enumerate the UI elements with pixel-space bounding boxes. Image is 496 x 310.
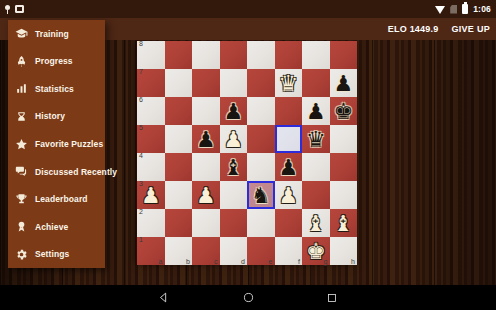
square-c6[interactable] <box>192 97 220 125</box>
rank-label-7: 7 <box>139 68 143 75</box>
square-g1[interactable]: g♚ <box>302 237 330 265</box>
rank-label-5: 5 <box>139 124 143 131</box>
square-f7[interactable]: ♛ <box>275 69 303 97</box>
medal-icon <box>15 220 28 233</box>
square-f4[interactable]: ♟ <box>275 153 303 181</box>
black-pawn-f4: ♟ <box>275 153 303 181</box>
square-e8[interactable] <box>247 41 275 69</box>
square-f5[interactable] <box>275 125 303 153</box>
white-pawn-d5: ♟ <box>220 125 248 153</box>
menu-item-settings[interactable]: Settings <box>8 241 105 269</box>
square-e4[interactable] <box>247 153 275 181</box>
menu-item-label: Achieve <box>35 222 68 232</box>
file-label-d: d <box>241 258 245 265</box>
square-e7[interactable] <box>247 69 275 97</box>
rank-label-2: 2 <box>139 208 143 215</box>
square-f2[interactable] <box>275 209 303 237</box>
rank-label-1: 1 <box>139 236 143 243</box>
black-queen-g5: ♛ <box>302 125 330 153</box>
square-g6[interactable]: ♟ <box>302 97 330 125</box>
bar-chart-icon <box>15 82 28 95</box>
screenshot-icon <box>15 5 24 13</box>
recents-button[interactable] <box>312 285 352 310</box>
menu-item-label: Settings <box>35 249 69 259</box>
black-pawn-c5: ♟ <box>192 125 220 153</box>
square-h2[interactable]: ♝ <box>330 209 358 237</box>
square-h1[interactable]: h <box>330 237 358 265</box>
rank-label-8: 8 <box>139 40 143 47</box>
white-pawn-f3: ♟ <box>275 181 303 209</box>
menu-item-progress[interactable]: Progress <box>8 48 105 76</box>
file-label-h: h <box>351 258 355 265</box>
rank-label-4: 4 <box>139 152 143 159</box>
gear-icon <box>15 248 28 261</box>
menu-item-label: Leaderboard <box>35 194 88 204</box>
square-b2[interactable] <box>165 209 193 237</box>
give-up-button[interactable]: GIVE UP <box>451 24 490 34</box>
file-label-f: f <box>298 258 300 265</box>
white-bishop-h2: ♝ <box>330 209 358 237</box>
square-d3[interactable] <box>220 181 248 209</box>
square-a6[interactable]: 6 <box>137 97 165 125</box>
square-b3[interactable] <box>165 181 193 209</box>
rank-label-6: 6 <box>139 96 143 103</box>
file-label-a: a <box>159 258 163 265</box>
menu-item-label: Statistics <box>35 84 74 94</box>
square-g5[interactable]: ♛ <box>302 125 330 153</box>
square-d5[interactable]: ♟ <box>220 125 248 153</box>
square-a7[interactable]: 7 <box>137 69 165 97</box>
square-a4[interactable]: 4 <box>137 153 165 181</box>
square-b7[interactable] <box>165 69 193 97</box>
black-king-h6: ♚ <box>330 97 358 125</box>
battery-icon <box>462 4 468 14</box>
star-icon <box>15 138 28 151</box>
chess-board: 87♛♟6♟♟♚5♟♟♛4♝♟3♟♟♞♟2♝♝1abcdefg♚h <box>136 40 356 264</box>
file-label-c: c <box>214 258 218 265</box>
square-d7[interactable] <box>220 69 248 97</box>
square-e5[interactable] <box>247 125 275 153</box>
square-f6[interactable] <box>275 97 303 125</box>
square-d6[interactable]: ♟ <box>220 97 248 125</box>
black-pawn-d6: ♟ <box>220 97 248 125</box>
square-h4[interactable] <box>330 153 358 181</box>
square-a5[interactable]: 5 <box>137 125 165 153</box>
menu-item-training[interactable]: Training <box>8 20 105 48</box>
square-b1[interactable]: b <box>165 237 193 265</box>
square-h7[interactable]: ♟ <box>330 69 358 97</box>
white-bishop-g2: ♝ <box>302 209 330 237</box>
square-c2[interactable] <box>192 209 220 237</box>
menu-item-label: Training <box>35 29 69 39</box>
square-b8[interactable] <box>165 41 193 69</box>
white-queen-f7: ♛ <box>275 69 303 97</box>
square-c5[interactable]: ♟ <box>192 125 220 153</box>
back-button[interactable] <box>143 285 183 310</box>
square-f3[interactable]: ♟ <box>275 181 303 209</box>
app-screen: 1:06 ELO 1449.9 GIVE UP 87♛♟6♟♟♚5♟♟♛4♝♟3… <box>0 0 496 310</box>
menu-item-label: Favorite Puzzles <box>35 139 103 149</box>
white-pawn-c3: ♟ <box>192 181 220 209</box>
trophy-icon <box>15 193 28 206</box>
black-knight-e3: ♞ <box>247 181 275 209</box>
square-b5[interactable] <box>165 125 193 153</box>
square-e6[interactable] <box>247 97 275 125</box>
elo-rating: ELO 1449.9 <box>388 24 439 34</box>
file-label-b: b <box>186 258 190 265</box>
square-c4[interactable] <box>192 153 220 181</box>
black-pawn-h7: ♟ <box>330 69 358 97</box>
menu-item-leaderboard[interactable]: Leaderboard <box>8 185 105 213</box>
chat-bubbles-icon <box>15 165 28 178</box>
square-g4[interactable] <box>302 153 330 181</box>
white-pawn-a3: ♟ <box>137 181 165 209</box>
menu-item-label: Progress <box>35 56 73 66</box>
square-a1[interactable]: 1a <box>137 237 165 265</box>
square-e1[interactable]: e <box>247 237 275 265</box>
square-g8[interactable] <box>302 41 330 69</box>
square-g2[interactable]: ♝ <box>302 209 330 237</box>
wifi-icon <box>435 6 445 14</box>
file-label-e: e <box>269 258 273 265</box>
square-c1[interactable]: c <box>192 237 220 265</box>
menu-item-label: History <box>35 111 65 121</box>
square-a8[interactable]: 8 <box>137 41 165 69</box>
square-d4[interactable]: ♝ <box>220 153 248 181</box>
menu-item-statistics[interactable]: Statistics <box>8 75 105 103</box>
square-b6[interactable] <box>165 97 193 125</box>
square-d1[interactable]: d <box>220 237 248 265</box>
square-b4[interactable] <box>165 153 193 181</box>
square-a2[interactable]: 2 <box>137 209 165 237</box>
menu-item-history[interactable]: History <box>8 103 105 131</box>
black-bishop-d4: ♝ <box>220 153 248 181</box>
square-h8[interactable] <box>330 41 358 69</box>
square-c3[interactable]: ♟ <box>192 181 220 209</box>
menu-item-label: Discussed Recently <box>35 167 117 177</box>
square-a3[interactable]: 3♟ <box>137 181 165 209</box>
square-c8[interactable] <box>192 41 220 69</box>
menu-item-achieve[interactable]: Achieve <box>8 213 105 241</box>
square-d2[interactable] <box>220 209 248 237</box>
status-bar-notifications <box>5 5 24 14</box>
black-pawn-g6: ♟ <box>302 97 330 125</box>
square-d8[interactable] <box>220 41 248 69</box>
menu-item-favorite-puzzles[interactable]: Favorite Puzzles <box>8 130 105 158</box>
square-h6[interactable]: ♚ <box>330 97 358 125</box>
square-e2[interactable] <box>247 209 275 237</box>
android-nav-bar <box>0 285 496 310</box>
status-bar: 1:06 <box>0 0 496 18</box>
menu-item-discussed-recently[interactable]: Discussed Recently <box>8 158 105 186</box>
square-c7[interactable] <box>192 69 220 97</box>
square-h5[interactable] <box>330 125 358 153</box>
no-sim-icon <box>450 5 457 14</box>
clock: 1:06 <box>473 4 491 14</box>
white-king-g1: ♚ <box>302 237 330 265</box>
status-bar-system-icons: 1:06 <box>435 4 491 14</box>
graduation-cap-icon <box>15 27 28 40</box>
square-f8[interactable] <box>275 41 303 69</box>
navigation-drawer: TrainingProgressStatisticsHistoryFavorit… <box>8 20 105 268</box>
square-f1[interactable]: f <box>275 237 303 265</box>
home-button[interactable] <box>228 285 268 310</box>
square-h3[interactable] <box>330 181 358 209</box>
pin-icon <box>5 5 10 14</box>
rocket-icon <box>15 55 28 68</box>
hourglass-icon <box>15 110 28 123</box>
square-e3[interactable]: ♞ <box>247 181 275 209</box>
square-g3[interactable] <box>302 181 330 209</box>
square-g7[interactable] <box>302 69 330 97</box>
